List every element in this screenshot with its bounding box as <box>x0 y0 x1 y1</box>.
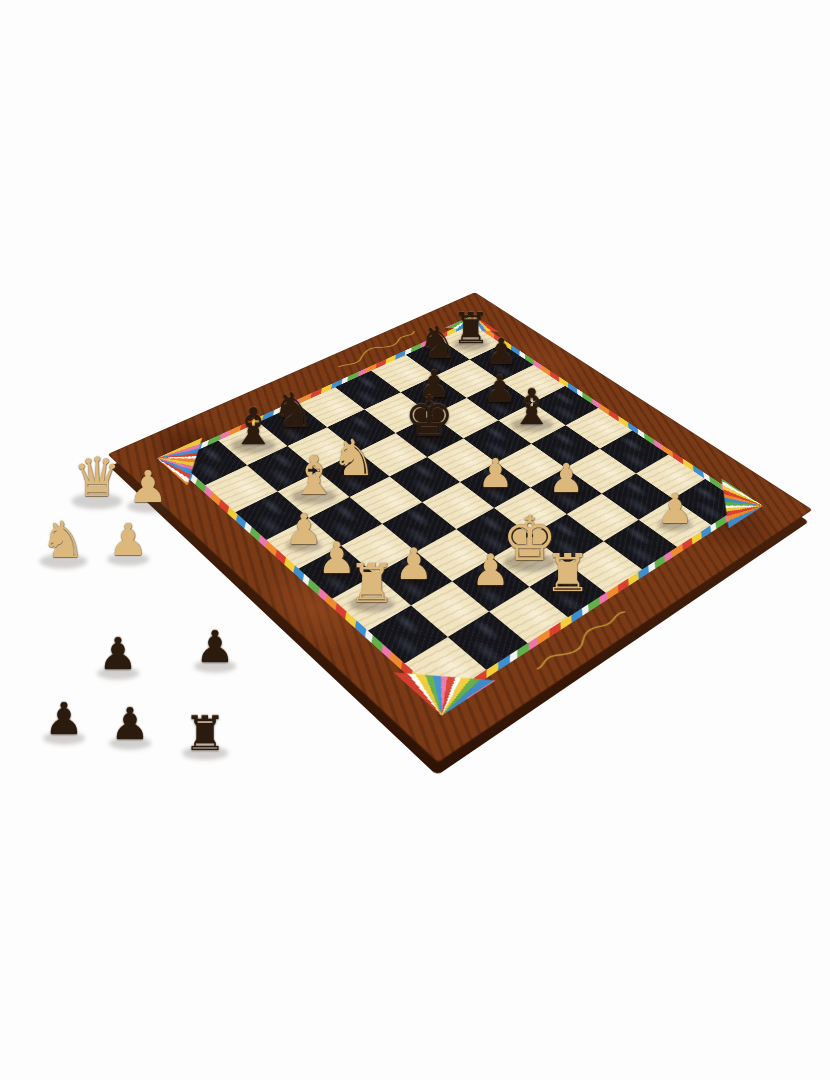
captured-white-pawn[interactable]: ♟ <box>108 518 147 562</box>
board-grid <box>177 324 744 697</box>
captured-black-rook[interactable]: ♜ <box>183 709 226 757</box>
decorative-frame <box>167 320 753 707</box>
piece-shadow <box>109 737 151 750</box>
captured-black-pawn[interactable]: ♟ <box>98 632 137 676</box>
piece-shadow <box>97 667 139 680</box>
piece-shadow <box>71 493 122 509</box>
photo-scene: ♜♞♟♟♟♝♞♚♝♞♟♟♝♟♟♚♟♟♟♜♜ ♛♟♞♟ ♟♟♟♟♜ <box>0 0 830 1080</box>
captured-black-pawn[interactable]: ♟ <box>110 702 149 746</box>
piece-shadow <box>182 746 228 760</box>
chess-board <box>191 213 729 751</box>
captured-white-knight[interactable]: ♞ <box>41 515 86 565</box>
captured-black-pawn[interactable]: ♟ <box>44 697 83 741</box>
board-border <box>108 292 813 763</box>
board-surface <box>108 292 813 763</box>
piece-shadow <box>39 554 87 569</box>
piece-shadow <box>43 732 85 745</box>
piece-shadow <box>107 553 149 566</box>
